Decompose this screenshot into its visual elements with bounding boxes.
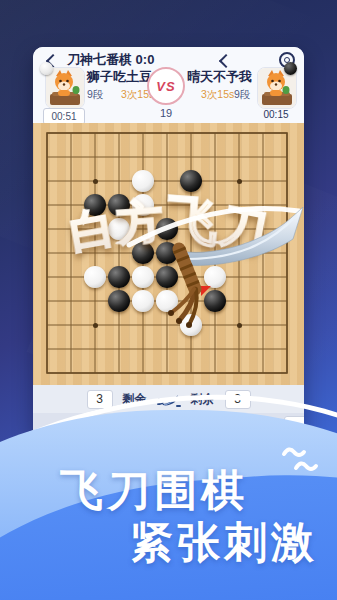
right-player-name: 晴天不予我 (187, 68, 252, 86)
left-remaining-count: 3 (87, 390, 113, 409)
app-screen: 刀神七番棋 0:0 (0, 0, 337, 600)
black-stone (204, 290, 226, 312)
go-board[interactable]: 白方飞刀 (33, 123, 304, 385)
right-player-byoyomi: 3次15s (201, 88, 234, 102)
star-point (237, 323, 242, 328)
black-stone-badge (284, 62, 297, 75)
wave-icon (280, 444, 324, 474)
match-title: 刀神七番棋 0:0 (67, 51, 154, 69)
banner-char: 刀 (217, 201, 271, 255)
white-stone (156, 290, 178, 312)
star-point (93, 323, 98, 328)
star-point (237, 179, 242, 184)
match-header: 刀神七番棋 0:0 (33, 47, 304, 123)
white-stone-badge (40, 62, 53, 75)
black-stone (180, 170, 202, 192)
black-stone (108, 266, 130, 288)
white-stone (84, 266, 106, 288)
collapse-chevron-icon[interactable] (219, 54, 233, 68)
game-screenshot-card: 刀神七番棋 0:0 (33, 47, 304, 439)
fox-avatar-image (46, 68, 84, 108)
right-player-clock: 00:15 (257, 109, 295, 120)
white-stone (132, 290, 154, 312)
white-stone (180, 314, 202, 336)
left-player-rank: 9段 (87, 88, 103, 102)
right-player-rank: 9段 (234, 88, 250, 102)
banner-text: 白方飞刀 (33, 195, 304, 246)
white-stone (132, 170, 154, 192)
black-stone (156, 266, 178, 288)
promo-line-2: 紧张刺激 (130, 514, 318, 572)
move-number: 19 (147, 107, 185, 119)
star-point (93, 179, 98, 184)
banner-char: 方 (115, 197, 164, 246)
banner-char: 白 (67, 204, 118, 255)
banner-char: 飞 (165, 193, 219, 247)
white-stone (132, 266, 154, 288)
black-stone (108, 290, 130, 312)
left-player-name: 狮子吃土豆 (87, 68, 152, 86)
left-player-avatar (45, 67, 85, 109)
promo-line-1: 飞刀围棋 (60, 462, 248, 520)
white-stone (204, 266, 226, 288)
vs-badge: VS (147, 67, 185, 105)
last-move-marker (201, 286, 211, 296)
